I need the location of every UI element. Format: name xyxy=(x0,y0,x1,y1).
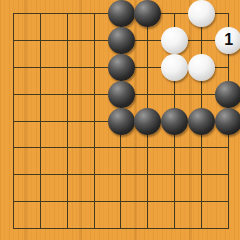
intersection-c1-r8[interactable] xyxy=(0,188,27,215)
intersection-c1-r4[interactable] xyxy=(0,81,27,108)
intersection-c3-r7[interactable] xyxy=(54,161,81,188)
intersection-c3-r1[interactable] xyxy=(54,0,81,27)
black-stone xyxy=(215,108,240,135)
intersection-c1-r5[interactable] xyxy=(0,108,27,135)
intersection-c8-r9[interactable] xyxy=(188,215,215,240)
intersection-c7-r3[interactable] xyxy=(161,54,188,81)
move-number-label: 1 xyxy=(224,32,233,48)
intersection-c7-r1[interactable] xyxy=(161,0,188,27)
intersection-c5-r6[interactable] xyxy=(108,134,135,161)
intersection-c3-r2[interactable] xyxy=(54,27,81,54)
intersection-c6-r1[interactable] xyxy=(134,0,161,27)
intersection-c8-r2[interactable] xyxy=(188,27,215,54)
intersection-c3-r9[interactable] xyxy=(54,215,81,240)
black-stone xyxy=(134,0,161,27)
intersection-c4-r5[interactable] xyxy=(81,108,108,135)
white-stone xyxy=(161,54,188,81)
intersection-c5-r2[interactable] xyxy=(108,27,135,54)
intersection-c6-r7[interactable] xyxy=(134,161,161,188)
intersection-c7-r8[interactable] xyxy=(161,188,188,215)
intersection-c4-r1[interactable] xyxy=(81,0,108,27)
intersection-c1-r7[interactable] xyxy=(0,161,27,188)
intersection-c7-r5[interactable] xyxy=(161,108,188,135)
intersection-c4-r7[interactable] xyxy=(81,161,108,188)
black-stone xyxy=(134,108,161,135)
intersection-c2-r9[interactable] xyxy=(27,215,54,240)
intersection-c4-r4[interactable] xyxy=(81,81,108,108)
intersection-c4-r8[interactable] xyxy=(81,188,108,215)
intersection-c9-r7[interactable] xyxy=(215,161,240,188)
intersection-c5-r7[interactable] xyxy=(108,161,135,188)
intersection-c1-r3[interactable] xyxy=(0,54,27,81)
intersection-c6-r2[interactable] xyxy=(134,27,161,54)
intersection-c9-r3[interactable] xyxy=(215,54,240,81)
intersection-c1-r6[interactable] xyxy=(0,134,27,161)
intersection-c7-r2[interactable] xyxy=(161,27,188,54)
black-stone xyxy=(108,54,135,81)
intersection-c9-r5[interactable] xyxy=(215,108,240,135)
intersection-c4-r2[interactable] xyxy=(81,27,108,54)
intersection-c1-r9[interactable] xyxy=(0,215,27,240)
intersection-c9-r2[interactable]: 1 xyxy=(215,27,240,54)
intersection-c2-r4[interactable] xyxy=(27,81,54,108)
intersection-c5-r9[interactable] xyxy=(108,215,135,240)
intersection-c8-r8[interactable] xyxy=(188,188,215,215)
intersection-c9-r8[interactable] xyxy=(215,188,240,215)
intersection-c9-r9[interactable] xyxy=(215,215,240,240)
intersection-c7-r6[interactable] xyxy=(161,134,188,161)
intersection-c1-r2[interactable] xyxy=(0,27,27,54)
go-board: 1 xyxy=(0,0,240,240)
intersection-c6-r9[interactable] xyxy=(134,215,161,240)
white-stone: 1 xyxy=(215,27,240,54)
intersection-c5-r1[interactable] xyxy=(108,0,135,27)
intersection-c8-r3[interactable] xyxy=(188,54,215,81)
white-stone xyxy=(161,27,188,54)
intersection-c2-r2[interactable] xyxy=(27,27,54,54)
intersection-c6-r5[interactable] xyxy=(134,108,161,135)
board-intersections: 1 xyxy=(0,0,240,240)
intersection-c2-r3[interactable] xyxy=(27,54,54,81)
intersection-c2-r1[interactable] xyxy=(27,0,54,27)
intersection-c8-r5[interactable] xyxy=(188,108,215,135)
intersection-c3-r4[interactable] xyxy=(54,81,81,108)
intersection-c3-r5[interactable] xyxy=(54,108,81,135)
intersection-c2-r6[interactable] xyxy=(27,134,54,161)
intersection-c3-r6[interactable] xyxy=(54,134,81,161)
intersection-c8-r1[interactable] xyxy=(188,0,215,27)
intersection-c4-r9[interactable] xyxy=(81,215,108,240)
intersection-c1-r1[interactable] xyxy=(0,0,27,27)
intersection-c6-r8[interactable] xyxy=(134,188,161,215)
black-stone xyxy=(108,108,135,135)
intersection-c9-r1[interactable] xyxy=(215,0,240,27)
intersection-c4-r6[interactable] xyxy=(81,134,108,161)
intersection-c6-r6[interactable] xyxy=(134,134,161,161)
intersection-c4-r3[interactable] xyxy=(81,54,108,81)
white-stone xyxy=(188,54,215,81)
intersection-c9-r6[interactable] xyxy=(215,134,240,161)
intersection-c7-r4[interactable] xyxy=(161,81,188,108)
intersection-c5-r4[interactable] xyxy=(108,81,135,108)
intersection-c2-r5[interactable] xyxy=(27,108,54,135)
black-stone xyxy=(108,81,135,108)
intersection-c3-r8[interactable] xyxy=(54,188,81,215)
intersection-c5-r5[interactable] xyxy=(108,108,135,135)
black-stone xyxy=(215,81,240,108)
intersection-c8-r4[interactable] xyxy=(188,81,215,108)
intersection-c2-r7[interactable] xyxy=(27,161,54,188)
intersection-c7-r9[interactable] xyxy=(161,215,188,240)
intersection-c2-r8[interactable] xyxy=(27,188,54,215)
intersection-c9-r4[interactable] xyxy=(215,81,240,108)
intersection-c7-r7[interactable] xyxy=(161,161,188,188)
intersection-c8-r6[interactable] xyxy=(188,134,215,161)
intersection-c5-r3[interactable] xyxy=(108,54,135,81)
black-stone xyxy=(161,108,188,135)
intersection-c3-r3[interactable] xyxy=(54,54,81,81)
intersection-c8-r7[interactable] xyxy=(188,161,215,188)
intersection-c5-r8[interactable] xyxy=(108,188,135,215)
intersection-c6-r4[interactable] xyxy=(134,81,161,108)
intersection-c6-r3[interactable] xyxy=(134,54,161,81)
black-stone xyxy=(188,108,215,135)
white-stone xyxy=(188,0,215,27)
black-stone xyxy=(108,27,135,54)
black-stone xyxy=(108,0,135,27)
